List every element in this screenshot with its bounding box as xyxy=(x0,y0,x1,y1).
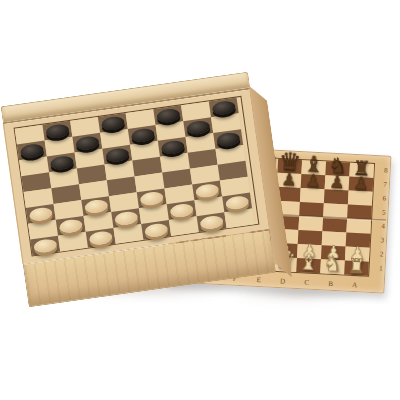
checkers-square xyxy=(141,220,171,240)
chess-square: ♝ xyxy=(296,258,321,273)
chess-square xyxy=(346,233,371,248)
file-label: C xyxy=(294,277,318,288)
chess-square: ♟ xyxy=(325,175,350,190)
chess-square xyxy=(347,205,372,220)
chess-square: ♟ xyxy=(349,177,374,192)
chess-square xyxy=(298,216,323,231)
checkers-box xyxy=(0,72,277,317)
chess-square: ♟ xyxy=(277,173,302,188)
chess-square: ♟ xyxy=(321,245,346,260)
checker-white-man xyxy=(33,238,58,254)
checkers-board-frame xyxy=(14,96,260,257)
chess-square xyxy=(299,202,324,217)
chess-square xyxy=(324,189,349,204)
checkers-square xyxy=(169,216,199,236)
rank-label: 7 xyxy=(383,177,387,191)
chess-piece-black-pawn: ♟ xyxy=(305,172,321,190)
checkers-square xyxy=(197,212,227,232)
chess-square: ♝ xyxy=(301,160,326,175)
chess-square xyxy=(300,188,325,203)
chess-piece-white-pawn: ♟ xyxy=(301,242,317,260)
chess-square: ♟ xyxy=(345,247,370,262)
chess-piece-black-pawn: ♟ xyxy=(353,175,369,193)
checkers-board xyxy=(15,97,259,255)
checkers-square xyxy=(86,228,116,248)
chess-square: ♛ xyxy=(277,159,302,174)
checkers-square xyxy=(58,232,88,252)
rank-label: 5 xyxy=(382,205,386,219)
file-label: A xyxy=(342,279,366,290)
chess-square: ♟ xyxy=(297,244,322,259)
chess-square xyxy=(322,217,347,232)
chess-square: ♜ xyxy=(344,261,369,276)
checker-white-man xyxy=(199,215,224,231)
chess-square: ♜ xyxy=(349,163,374,178)
chess-square: ♞ xyxy=(325,161,350,176)
chess-square xyxy=(346,219,371,234)
checkers-square xyxy=(30,236,60,256)
chess-square xyxy=(322,231,347,246)
chess-square xyxy=(298,230,323,245)
rank-label: 3 xyxy=(380,233,384,247)
rank-label: 8 xyxy=(384,163,388,177)
checker-white-man xyxy=(88,230,113,246)
rank-label: 4 xyxy=(381,219,385,233)
checker-white-man xyxy=(144,222,169,238)
chess-square xyxy=(323,203,348,218)
checkers-square xyxy=(113,224,143,244)
chess-square: ♞ xyxy=(320,259,345,274)
rank-label: 1 xyxy=(379,261,383,275)
file-label: B xyxy=(318,278,342,289)
rank-label: 6 xyxy=(382,191,386,205)
rank-label: 2 xyxy=(379,247,383,261)
chess-square: ♟ xyxy=(301,174,326,189)
checkers-square xyxy=(224,208,254,228)
product-photo-scene: ♜♞♝♚♛♝♞♜♟♟♟♟♟♟♟♟♟♟♟♟♟♟♟♟♜♞♝♚♛♝♞♜ HGFEDCB… xyxy=(0,0,400,400)
chess-square xyxy=(348,191,373,206)
